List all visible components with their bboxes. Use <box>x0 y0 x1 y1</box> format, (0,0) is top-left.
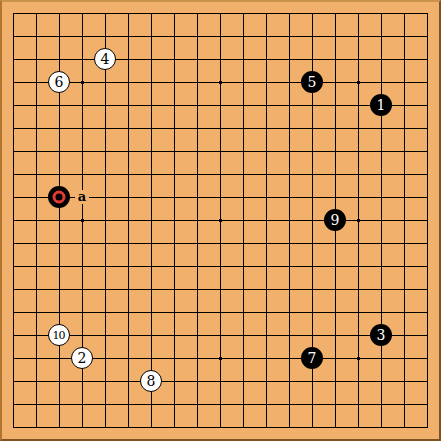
star-point <box>81 81 84 84</box>
move-number: 2 <box>78 351 87 365</box>
move-number: 3 <box>377 328 386 342</box>
grid-line-vertical <box>289 13 290 428</box>
grid-line-horizontal <box>13 404 428 405</box>
grid-line-vertical <box>427 13 428 428</box>
move-number: 6 <box>55 75 64 89</box>
star-point <box>219 219 222 222</box>
stone-white-6: 6 <box>48 71 70 93</box>
move-number: 9 <box>331 213 340 227</box>
star-point <box>219 357 222 360</box>
grid-line-horizontal <box>13 335 428 336</box>
move-number: 4 <box>101 52 110 66</box>
grid-line-horizontal <box>13 312 428 313</box>
grid-line-horizontal <box>13 427 428 428</box>
grid-line-horizontal <box>13 243 428 244</box>
stone-white-10: 10 <box>48 324 70 346</box>
stone-black-9: 9 <box>324 209 346 231</box>
move-number: 7 <box>308 351 317 365</box>
star-point <box>357 219 360 222</box>
grid-line-vertical <box>404 13 405 428</box>
stone-white-2: 2 <box>71 347 93 369</box>
star-point <box>357 357 360 360</box>
grid-line-horizontal <box>13 266 428 267</box>
stone-black-7: 7 <box>301 347 323 369</box>
stone-black-3: 3 <box>370 324 392 346</box>
marked-black-stone <box>48 186 70 208</box>
star-point <box>357 81 360 84</box>
move-number: 5 <box>308 75 317 89</box>
stone-black-5: 5 <box>301 71 323 93</box>
grid-line-horizontal <box>13 381 428 382</box>
stone-white-8: 8 <box>140 370 162 392</box>
move-number: 10 <box>53 329 65 340</box>
stone-white-4: 4 <box>94 48 116 70</box>
grid-line-horizontal <box>13 289 428 290</box>
star-point <box>81 219 84 222</box>
grid-line-vertical <box>266 13 267 428</box>
point-label-a: a <box>75 190 89 204</box>
go-board: 12345678910a <box>0 0 441 441</box>
star-point <box>219 81 222 84</box>
stone-black-1: 1 <box>370 94 392 116</box>
move-number: 8 <box>147 374 156 388</box>
grid-line-vertical <box>381 13 382 428</box>
move-number: 1 <box>377 98 386 112</box>
grid-line-vertical <box>243 13 244 428</box>
red-circle-mark-icon <box>53 191 66 204</box>
